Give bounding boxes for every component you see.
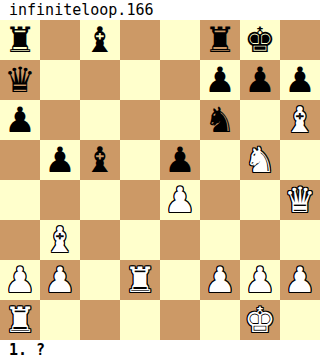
square-f5[interactable] — [200, 140, 240, 180]
square-a2[interactable]: ♟ — [0, 260, 40, 300]
piece-white-pawn[interactable]: ♟ — [244, 260, 275, 300]
square-b2[interactable]: ♟ — [40, 260, 80, 300]
square-h7[interactable]: ♟ — [280, 60, 320, 100]
square-a7[interactable]: ♛ — [0, 60, 40, 100]
square-d4[interactable] — [120, 180, 160, 220]
square-c1[interactable] — [80, 300, 120, 340]
square-b6[interactable] — [40, 100, 80, 140]
chess-board: ♜♝♜♚♛♟♟♟♟♞♝♟♝♟♞♟♛♝♟♟♜♟♟♟♜♚ — [0, 20, 320, 340]
square-d6[interactable] — [120, 100, 160, 140]
square-d1[interactable] — [120, 300, 160, 340]
square-e6[interactable] — [160, 100, 200, 140]
piece-black-pawn[interactable]: ♟ — [284, 60, 315, 100]
piece-black-queen[interactable]: ♛ — [4, 60, 35, 100]
square-e5[interactable]: ♟ — [160, 140, 200, 180]
square-f6[interactable]: ♞ — [200, 100, 240, 140]
square-b5[interactable]: ♟ — [40, 140, 80, 180]
piece-white-pawn[interactable]: ♟ — [204, 260, 235, 300]
square-a1[interactable]: ♜ — [0, 300, 40, 340]
square-d5[interactable] — [120, 140, 160, 180]
square-e8[interactable] — [160, 20, 200, 60]
square-g3[interactable] — [240, 220, 280, 260]
square-f4[interactable] — [200, 180, 240, 220]
square-b3[interactable]: ♝ — [40, 220, 80, 260]
chess-window: infiniteloop.166 ♜♝♜♚♛♟♟♟♟♞♝♟♝♟♞♟♛♝♟♟♜♟♟… — [0, 0, 320, 360]
square-d8[interactable] — [120, 20, 160, 60]
piece-white-pawn[interactable]: ♟ — [44, 260, 75, 300]
square-a4[interactable] — [0, 180, 40, 220]
square-h4[interactable]: ♛ — [280, 180, 320, 220]
square-g2[interactable]: ♟ — [240, 260, 280, 300]
move-prompt: 1. ? — [0, 340, 320, 360]
square-b1[interactable] — [40, 300, 80, 340]
square-e3[interactable] — [160, 220, 200, 260]
square-d7[interactable] — [120, 60, 160, 100]
piece-black-pawn[interactable]: ♟ — [164, 140, 195, 180]
piece-black-rook[interactable]: ♜ — [4, 20, 35, 60]
square-a5[interactable] — [0, 140, 40, 180]
piece-white-knight[interactable]: ♞ — [244, 140, 275, 180]
square-f7[interactable]: ♟ — [200, 60, 240, 100]
square-f8[interactable]: ♜ — [200, 20, 240, 60]
piece-white-bishop[interactable]: ♝ — [44, 220, 75, 260]
piece-black-bishop[interactable]: ♝ — [84, 140, 115, 180]
piece-black-bishop[interactable]: ♝ — [84, 20, 115, 60]
piece-black-pawn[interactable]: ♟ — [44, 140, 75, 180]
window-title: infiniteloop.166 — [0, 0, 320, 20]
square-c5[interactable]: ♝ — [80, 140, 120, 180]
square-f1[interactable] — [200, 300, 240, 340]
piece-black-knight[interactable]: ♞ — [204, 100, 235, 140]
piece-black-pawn[interactable]: ♟ — [4, 100, 35, 140]
square-g7[interactable]: ♟ — [240, 60, 280, 100]
piece-black-rook[interactable]: ♜ — [204, 20, 235, 60]
piece-white-bishop[interactable]: ♝ — [284, 100, 315, 140]
square-c7[interactable] — [80, 60, 120, 100]
piece-black-king[interactable]: ♚ — [244, 20, 275, 60]
square-a8[interactable]: ♜ — [0, 20, 40, 60]
square-e1[interactable] — [160, 300, 200, 340]
square-g1[interactable]: ♚ — [240, 300, 280, 340]
piece-white-rook[interactable]: ♜ — [124, 260, 155, 300]
square-e4[interactable]: ♟ — [160, 180, 200, 220]
square-e7[interactable] — [160, 60, 200, 100]
piece-black-pawn[interactable]: ♟ — [244, 60, 275, 100]
square-g8[interactable]: ♚ — [240, 20, 280, 60]
piece-white-rook[interactable]: ♜ — [4, 300, 35, 340]
piece-white-pawn[interactable]: ♟ — [4, 260, 35, 300]
square-c4[interactable] — [80, 180, 120, 220]
square-h6[interactable]: ♝ — [280, 100, 320, 140]
square-f3[interactable] — [200, 220, 240, 260]
square-h2[interactable]: ♟ — [280, 260, 320, 300]
square-g4[interactable] — [240, 180, 280, 220]
piece-white-king[interactable]: ♚ — [244, 300, 275, 340]
square-h5[interactable] — [280, 140, 320, 180]
piece-white-pawn[interactable]: ♟ — [164, 180, 195, 220]
square-g5[interactable]: ♞ — [240, 140, 280, 180]
square-h1[interactable] — [280, 300, 320, 340]
piece-black-pawn[interactable]: ♟ — [204, 60, 235, 100]
square-b4[interactable] — [40, 180, 80, 220]
square-c6[interactable] — [80, 100, 120, 140]
square-a6[interactable]: ♟ — [0, 100, 40, 140]
square-c2[interactable] — [80, 260, 120, 300]
square-e2[interactable] — [160, 260, 200, 300]
square-h3[interactable] — [280, 220, 320, 260]
square-a3[interactable] — [0, 220, 40, 260]
square-f2[interactable]: ♟ — [200, 260, 240, 300]
square-h8[interactable] — [280, 20, 320, 60]
square-d2[interactable]: ♜ — [120, 260, 160, 300]
square-c3[interactable] — [80, 220, 120, 260]
square-b7[interactable] — [40, 60, 80, 100]
square-b8[interactable] — [40, 20, 80, 60]
piece-white-pawn[interactable]: ♟ — [284, 260, 315, 300]
piece-white-queen[interactable]: ♛ — [284, 180, 315, 220]
square-g6[interactable] — [240, 100, 280, 140]
square-c8[interactable]: ♝ — [80, 20, 120, 60]
square-d3[interactable] — [120, 220, 160, 260]
